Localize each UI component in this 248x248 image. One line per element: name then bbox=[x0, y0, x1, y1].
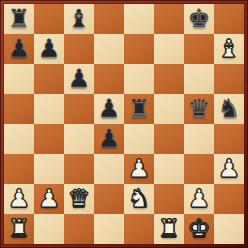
square-e2[interactable]: ♞ bbox=[124, 184, 154, 214]
square-e5[interactable]: ♜ bbox=[124, 94, 154, 124]
square-h1[interactable] bbox=[214, 214, 244, 244]
square-b5[interactable] bbox=[34, 94, 64, 124]
square-f4[interactable] bbox=[154, 124, 184, 154]
square-b2[interactable]: ♟ bbox=[34, 184, 64, 214]
black-bishop[interactable]: ♝ bbox=[64, 4, 94, 34]
square-a5[interactable] bbox=[4, 94, 34, 124]
square-e6[interactable] bbox=[124, 64, 154, 94]
square-a8[interactable]: ♜ bbox=[4, 4, 34, 34]
square-h3[interactable]: ♟ bbox=[214, 154, 244, 184]
white-pawn[interactable]: ♟ bbox=[4, 184, 34, 214]
square-c6[interactable]: ♟ bbox=[64, 64, 94, 94]
white-rook[interactable]: ♜ bbox=[154, 214, 184, 244]
black-pawn[interactable]: ♟ bbox=[94, 124, 124, 154]
square-d7[interactable] bbox=[94, 34, 124, 64]
square-a7[interactable]: ♟ bbox=[4, 34, 34, 64]
square-b6[interactable] bbox=[34, 64, 64, 94]
square-e3[interactable]: ♟ bbox=[124, 154, 154, 184]
white-king[interactable]: ♚ bbox=[184, 214, 214, 244]
black-rook[interactable]: ♜ bbox=[124, 94, 154, 124]
square-d1[interactable] bbox=[94, 214, 124, 244]
square-g8[interactable]: ♚ bbox=[184, 4, 214, 34]
black-pawn[interactable]: ♟ bbox=[4, 34, 34, 64]
black-pawn[interactable]: ♟ bbox=[94, 94, 124, 124]
square-c3[interactable] bbox=[64, 154, 94, 184]
square-f2[interactable] bbox=[154, 184, 184, 214]
square-b7[interactable]: ♟ bbox=[34, 34, 64, 64]
square-h7[interactable]: ♝ bbox=[214, 34, 244, 64]
white-bishop[interactable]: ♝ bbox=[214, 34, 244, 64]
square-g3[interactable] bbox=[184, 154, 214, 184]
square-d2[interactable] bbox=[94, 184, 124, 214]
square-d5[interactable]: ♟ bbox=[94, 94, 124, 124]
square-g1[interactable]: ♚ bbox=[184, 214, 214, 244]
black-pawn[interactable]: ♟ bbox=[64, 64, 94, 94]
square-f8[interactable] bbox=[154, 4, 184, 34]
square-a2[interactable]: ♟ bbox=[4, 184, 34, 214]
square-e1[interactable] bbox=[124, 214, 154, 244]
square-e7[interactable] bbox=[124, 34, 154, 64]
square-f6[interactable] bbox=[154, 64, 184, 94]
white-pawn[interactable]: ♟ bbox=[184, 184, 214, 214]
chess-board: ♜♝♚♟♟♝♟♟♜♛♞♟♟♟♟♟♛♞♟♜♜♚ bbox=[4, 4, 244, 244]
black-knight[interactable]: ♞ bbox=[214, 94, 244, 124]
square-c5[interactable] bbox=[64, 94, 94, 124]
square-g5[interactable]: ♛ bbox=[184, 94, 214, 124]
square-d6[interactable] bbox=[94, 64, 124, 94]
square-g2[interactable]: ♟ bbox=[184, 184, 214, 214]
square-c7[interactable] bbox=[64, 34, 94, 64]
square-b4[interactable] bbox=[34, 124, 64, 154]
square-a1[interactable]: ♜ bbox=[4, 214, 34, 244]
white-queen[interactable]: ♛ bbox=[64, 184, 94, 214]
square-d4[interactable]: ♟ bbox=[94, 124, 124, 154]
square-b3[interactable] bbox=[34, 154, 64, 184]
square-g6[interactable] bbox=[184, 64, 214, 94]
square-c4[interactable] bbox=[64, 124, 94, 154]
square-g4[interactable] bbox=[184, 124, 214, 154]
square-h4[interactable] bbox=[214, 124, 244, 154]
square-f3[interactable] bbox=[154, 154, 184, 184]
square-a3[interactable] bbox=[4, 154, 34, 184]
white-knight[interactable]: ♞ bbox=[124, 184, 154, 214]
square-c1[interactable] bbox=[64, 214, 94, 244]
square-a4[interactable] bbox=[4, 124, 34, 154]
black-king[interactable]: ♚ bbox=[184, 4, 214, 34]
square-f1[interactable]: ♜ bbox=[154, 214, 184, 244]
square-g7[interactable] bbox=[184, 34, 214, 64]
square-d3[interactable] bbox=[94, 154, 124, 184]
black-queen[interactable]: ♛ bbox=[184, 94, 214, 124]
black-rook[interactable]: ♜ bbox=[4, 4, 34, 34]
square-e8[interactable] bbox=[124, 4, 154, 34]
white-pawn[interactable]: ♟ bbox=[34, 184, 64, 214]
white-rook[interactable]: ♜ bbox=[4, 214, 34, 244]
board-frame: ♜♝♚♟♟♝♟♟♜♛♞♟♟♟♟♟♛♞♟♜♜♚ bbox=[0, 0, 248, 248]
square-h6[interactable] bbox=[214, 64, 244, 94]
square-h8[interactable] bbox=[214, 4, 244, 34]
square-a6[interactable] bbox=[4, 64, 34, 94]
square-d8[interactable] bbox=[94, 4, 124, 34]
white-pawn[interactable]: ♟ bbox=[124, 154, 154, 184]
square-h5[interactable]: ♞ bbox=[214, 94, 244, 124]
square-f5[interactable] bbox=[154, 94, 184, 124]
square-b8[interactable] bbox=[34, 4, 64, 34]
white-pawn[interactable]: ♟ bbox=[214, 154, 244, 184]
black-pawn[interactable]: ♟ bbox=[34, 34, 64, 64]
square-b1[interactable] bbox=[34, 214, 64, 244]
square-c2[interactable]: ♛ bbox=[64, 184, 94, 214]
square-h2[interactable] bbox=[214, 184, 244, 214]
square-e4[interactable] bbox=[124, 124, 154, 154]
square-f7[interactable] bbox=[154, 34, 184, 64]
square-c8[interactable]: ♝ bbox=[64, 4, 94, 34]
